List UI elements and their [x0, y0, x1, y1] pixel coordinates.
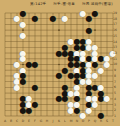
column-label: P	[86, 119, 91, 123]
row-label: 2	[112, 108, 117, 112]
column-label: L	[62, 119, 67, 123]
column-label: C	[14, 119, 19, 123]
row-label: 4	[112, 97, 117, 101]
column-label: G	[38, 119, 43, 123]
white-stone[interactable]: ●	[104, 95, 111, 102]
go-board[interactable]: ●●●●●●●●●●●●●●●●●●●●●●●●●●●●●●●●●●●●●●●●…	[0, 10, 120, 126]
column-label: J	[50, 119, 55, 123]
row-label: 12	[112, 51, 117, 55]
column-label: O	[80, 119, 85, 123]
white-stone[interactable]: ●	[98, 67, 105, 74]
column-label: Q	[92, 119, 97, 123]
black-stone[interactable]: ●	[56, 72, 63, 79]
column-label: D	[20, 119, 25, 123]
black-stone[interactable]: ●	[92, 10, 99, 17]
black-stone[interactable]: ●	[20, 10, 27, 17]
black-stone[interactable]: ●	[50, 15, 57, 22]
black-stone[interactable]: ●	[32, 61, 39, 68]
white-stone[interactable]: ●	[62, 15, 69, 22]
column-label: T	[110, 119, 115, 123]
game-status: 对局 游戏中(图谱)	[82, 1, 113, 6]
black-stone[interactable]: ●	[32, 15, 39, 22]
star-point	[58, 64, 60, 66]
column-label: N	[74, 119, 79, 123]
white-stone[interactable]: ●	[104, 61, 111, 68]
white-stone[interactable]: ●	[86, 107, 93, 114]
black-stone[interactable]: ●	[32, 84, 39, 91]
row-label: 17	[112, 23, 117, 27]
row-label: 1	[112, 114, 117, 118]
row-label: 13	[112, 46, 117, 50]
star-point	[58, 29, 60, 31]
white-stone[interactable]: ●	[20, 32, 27, 39]
black-stone[interactable]: ●	[20, 78, 27, 85]
row-label: 16	[112, 28, 117, 32]
black-stone[interactable]: ●	[26, 107, 33, 114]
black-stone[interactable]: ●	[86, 27, 93, 34]
row-label: 6	[112, 86, 117, 90]
row-label: 15	[112, 34, 117, 38]
row-label: 5	[112, 91, 117, 95]
row-label: 10	[112, 63, 117, 67]
column-label: S	[104, 119, 109, 123]
column-label: H	[44, 119, 49, 123]
move-counter: 第:142手	[30, 1, 46, 6]
column-label: F	[32, 119, 37, 123]
white-stone[interactable]: ●	[92, 101, 99, 108]
row-label: 8	[112, 74, 117, 78]
star-point	[94, 29, 96, 31]
column-label: K	[56, 119, 61, 123]
row-label: 18	[112, 17, 117, 21]
row-label: 9	[112, 68, 117, 72]
status-bar: 第:142手 对手-图·信息 对局 游戏中(图谱)	[0, 0, 120, 10]
players-info: 对手-图·信息	[53, 1, 75, 6]
white-stone[interactable]: ●	[14, 84, 21, 91]
row-label: 11	[112, 57, 117, 61]
black-stone[interactable]: ●	[86, 15, 93, 22]
black-stone[interactable]: ●	[32, 101, 39, 108]
row-label: 19	[112, 11, 117, 15]
column-label: E	[26, 119, 31, 123]
white-stone[interactable]: ●	[92, 72, 99, 79]
white-stone[interactable]: ●	[20, 21, 27, 28]
column-label: A	[2, 119, 7, 123]
row-label: 7	[112, 80, 117, 84]
column-label: M	[68, 119, 73, 123]
column-label: B	[8, 119, 13, 123]
row-label: 14	[112, 40, 117, 44]
column-label: R	[98, 119, 103, 123]
row-label: 3	[112, 103, 117, 107]
